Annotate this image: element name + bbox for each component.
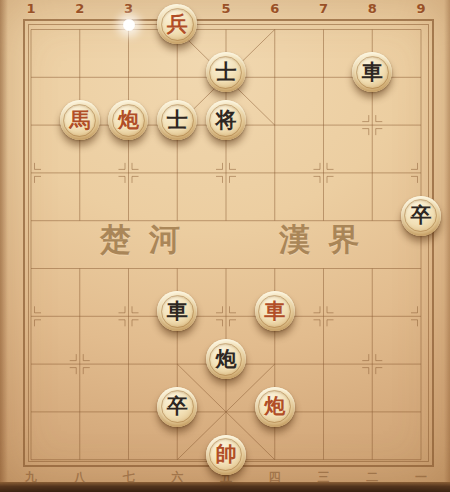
piece-red-cannon[interactable]: 炮 bbox=[255, 387, 295, 427]
piece-black-pawn[interactable]: 卒 bbox=[157, 387, 197, 427]
piece-glyph: 炮 bbox=[215, 348, 236, 369]
piece-glyph: 将 bbox=[215, 109, 236, 130]
piece-ring: 帥 bbox=[209, 438, 242, 471]
piece-ring: 炮 bbox=[112, 104, 145, 137]
piece-black-chariot[interactable]: 車 bbox=[157, 291, 197, 331]
piece-black-advisor[interactable]: 士 bbox=[206, 52, 246, 92]
right-edge-shade bbox=[444, 0, 450, 492]
piece-glyph: 車 bbox=[264, 300, 285, 321]
piece-glyph: 卒 bbox=[167, 395, 188, 416]
piece-ring: 車 bbox=[258, 295, 291, 328]
piece-glyph: 帥 bbox=[215, 443, 236, 464]
piece-glyph: 馬 bbox=[69, 109, 90, 130]
piece-black-cannon[interactable]: 炮 bbox=[206, 339, 246, 379]
piece-glyph: 兵 bbox=[167, 13, 188, 34]
piece-ring: 車 bbox=[356, 56, 389, 89]
piece-ring: 兵 bbox=[161, 8, 194, 41]
piece-glyph: 車 bbox=[362, 61, 383, 82]
piece-black-chariot[interactable]: 車 bbox=[352, 52, 392, 92]
piece-ring: 卒 bbox=[404, 199, 437, 232]
piece-red-cannon[interactable]: 炮 bbox=[108, 100, 148, 140]
piece-red-chariot[interactable]: 車 bbox=[255, 291, 295, 331]
piece-ring: 士 bbox=[209, 56, 242, 89]
piece-ring: 卒 bbox=[161, 390, 194, 423]
piece-glyph: 士 bbox=[167, 109, 188, 130]
piece-glyph: 士 bbox=[215, 61, 236, 82]
bottom-frame-strip bbox=[0, 482, 450, 492]
piece-ring: 馬 bbox=[63, 104, 96, 137]
piece-ring: 士 bbox=[161, 104, 194, 137]
piece-ring: 車 bbox=[161, 295, 194, 328]
board-grid[interactable]: 兵士車馬炮士将卒車車炮卒炮帥 bbox=[7, 6, 446, 484]
piece-black-general[interactable]: 将 bbox=[206, 100, 246, 140]
xiangqi-board: 楚河 漢界 123456789 九八七六五四三二一 兵士車馬炮士将卒車車炮卒炮帥 bbox=[0, 0, 450, 492]
piece-ring: 炮 bbox=[209, 343, 242, 376]
piece-red-pawn[interactable]: 兵 bbox=[157, 4, 197, 44]
piece-glyph: 卒 bbox=[410, 204, 431, 225]
piece-black-advisor[interactable]: 士 bbox=[157, 100, 197, 140]
piece-glyph: 炮 bbox=[118, 109, 139, 130]
piece-ring: 将 bbox=[209, 104, 242, 137]
piece-red-general[interactable]: 帥 bbox=[206, 435, 246, 475]
piece-glyph: 車 bbox=[167, 300, 188, 321]
piece-red-horse[interactable]: 馬 bbox=[60, 100, 100, 140]
piece-ring: 炮 bbox=[258, 390, 291, 423]
piece-glyph: 炮 bbox=[264, 395, 285, 416]
left-edge-shade bbox=[0, 0, 8, 492]
piece-black-pawn[interactable]: 卒 bbox=[401, 196, 441, 236]
last-move-marker bbox=[122, 18, 135, 31]
